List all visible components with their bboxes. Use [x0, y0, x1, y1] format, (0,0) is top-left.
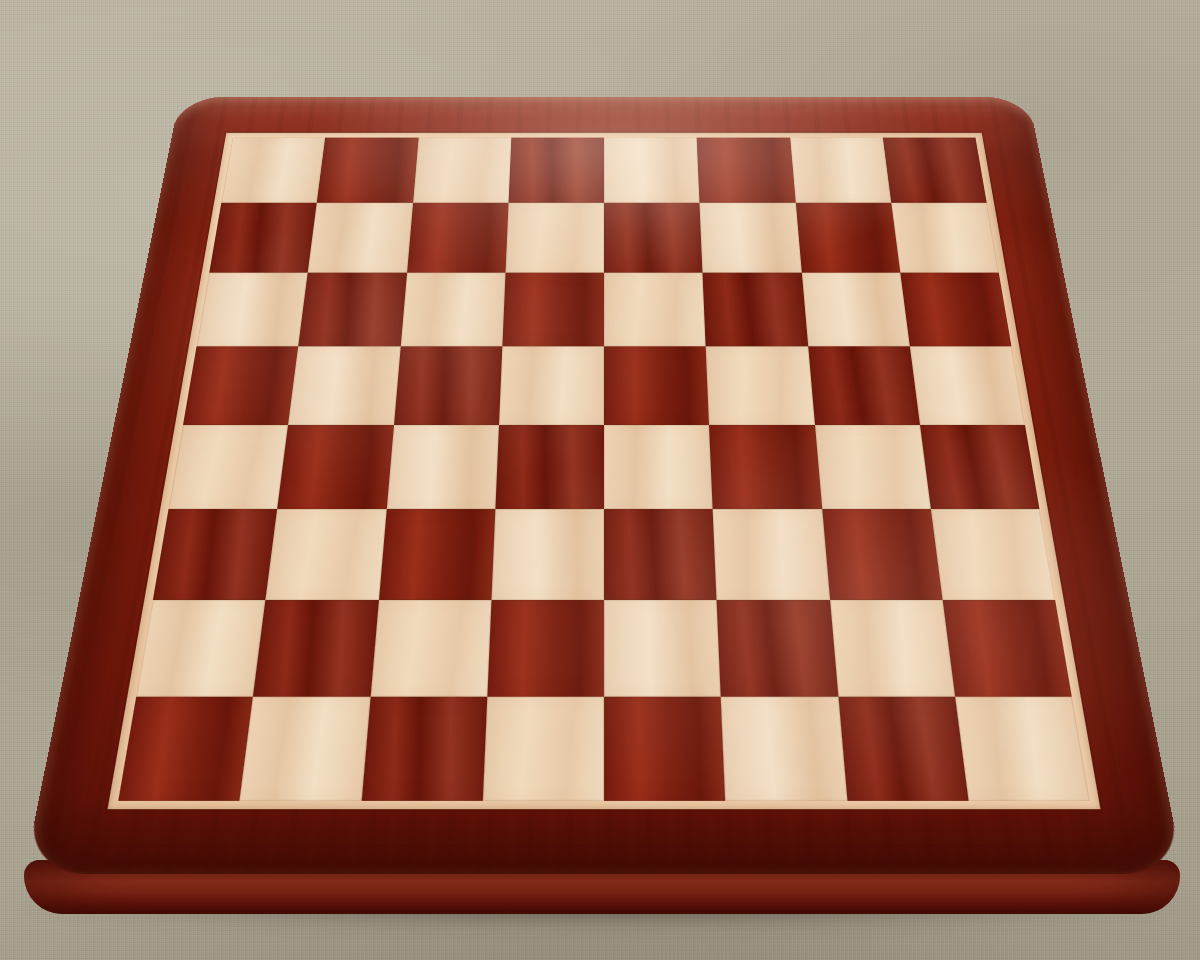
square-d6	[502, 272, 604, 346]
square-c8	[413, 138, 511, 203]
square-b7	[308, 203, 413, 272]
square-e8	[604, 138, 700, 203]
square-a5	[183, 346, 298, 425]
board-grid	[118, 138, 1090, 801]
square-c5	[394, 346, 503, 425]
square-d5	[499, 346, 604, 425]
square-a3	[153, 509, 277, 599]
square-h2	[942, 600, 1071, 697]
square-a8	[221, 138, 325, 203]
square-a7	[209, 203, 317, 272]
square-c1	[361, 696, 487, 800]
square-c2	[370, 600, 491, 697]
square-d1	[483, 696, 604, 800]
square-b5	[288, 346, 400, 425]
square-c3	[378, 509, 495, 599]
square-g5	[808, 346, 920, 425]
square-h8	[883, 138, 987, 203]
square-g4	[815, 425, 931, 509]
square-c6	[400, 272, 505, 346]
square-h7	[891, 203, 999, 272]
square-g1	[838, 696, 968, 800]
square-e4	[604, 425, 713, 509]
square-a4	[168, 425, 288, 509]
square-e7	[604, 203, 703, 272]
square-g7	[795, 203, 900, 272]
square-b4	[277, 425, 393, 509]
square-h3	[931, 509, 1055, 599]
square-f3	[713, 509, 830, 599]
square-g3	[822, 509, 943, 599]
square-e6	[604, 272, 706, 346]
square-c7	[407, 203, 509, 272]
square-d7	[505, 203, 604, 272]
square-b8	[317, 138, 418, 203]
square-f2	[717, 600, 838, 697]
square-a6	[197, 272, 308, 346]
square-b1	[240, 696, 370, 800]
square-c4	[386, 425, 499, 509]
chess-board	[24, 97, 1184, 874]
square-h4	[920, 425, 1040, 509]
square-h1	[955, 696, 1090, 800]
square-e3	[604, 509, 717, 599]
square-d8	[508, 138, 604, 203]
square-g2	[830, 600, 955, 697]
square-g6	[801, 272, 909, 346]
square-g8	[790, 138, 891, 203]
photo-scene	[0, 0, 1200, 960]
square-h6	[900, 272, 1011, 346]
square-f5	[706, 346, 815, 425]
square-h5	[910, 346, 1025, 425]
square-f1	[721, 696, 847, 800]
square-f7	[700, 203, 802, 272]
square-d3	[491, 509, 604, 599]
square-e5	[604, 346, 709, 425]
square-e2	[604, 600, 721, 697]
square-d4	[495, 425, 604, 509]
square-b3	[266, 509, 387, 599]
square-f6	[703, 272, 808, 346]
square-e1	[604, 696, 725, 800]
square-a2	[136, 600, 265, 697]
square-b6	[298, 272, 406, 346]
square-b2	[253, 600, 378, 697]
square-d2	[487, 600, 604, 697]
square-a1	[118, 696, 253, 800]
square-f4	[709, 425, 822, 509]
square-f8	[697, 138, 795, 203]
